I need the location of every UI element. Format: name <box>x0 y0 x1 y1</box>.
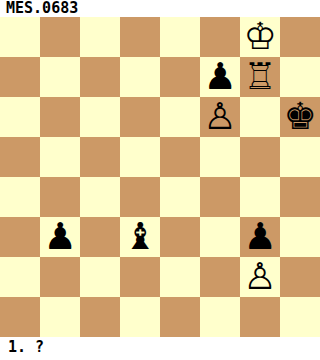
square-f5[interactable] <box>200 137 240 177</box>
chess-puzzle-page: MES.0683 ♔♟♖♙♚♟♝♟♙ 1. ? <box>0 0 320 360</box>
square-a4[interactable] <box>0 177 40 217</box>
square-d5[interactable] <box>120 137 160 177</box>
square-f6[interactable]: ♙ <box>200 97 240 137</box>
square-b7[interactable] <box>40 57 80 97</box>
black-pawn[interactable]: ♟ <box>243 217 276 257</box>
square-h2[interactable] <box>280 257 320 297</box>
square-h5[interactable] <box>280 137 320 177</box>
square-a8[interactable] <box>0 17 40 57</box>
square-c8[interactable] <box>80 17 120 57</box>
square-g2[interactable]: ♙ <box>240 257 280 297</box>
square-c3[interactable] <box>80 217 120 257</box>
square-b1[interactable] <box>40 297 80 337</box>
square-d1[interactable] <box>120 297 160 337</box>
square-f2[interactable] <box>200 257 240 297</box>
square-h6[interactable]: ♚ <box>280 97 320 137</box>
black-bishop[interactable]: ♝ <box>123 217 156 257</box>
square-b6[interactable] <box>40 97 80 137</box>
square-d6[interactable] <box>120 97 160 137</box>
white-pawn[interactable]: ♙ <box>203 97 236 137</box>
square-f7[interactable]: ♟ <box>200 57 240 97</box>
square-f1[interactable] <box>200 297 240 337</box>
square-a6[interactable] <box>0 97 40 137</box>
square-c6[interactable] <box>80 97 120 137</box>
square-c1[interactable] <box>80 297 120 337</box>
square-b8[interactable] <box>40 17 80 57</box>
square-e2[interactable] <box>160 257 200 297</box>
square-d3[interactable]: ♝ <box>120 217 160 257</box>
square-f3[interactable] <box>200 217 240 257</box>
black-pawn[interactable]: ♟ <box>43 217 76 257</box>
square-f4[interactable] <box>200 177 240 217</box>
square-d2[interactable] <box>120 257 160 297</box>
square-f8[interactable] <box>200 17 240 57</box>
square-h1[interactable] <box>280 297 320 337</box>
square-c2[interactable] <box>80 257 120 297</box>
square-c5[interactable] <box>80 137 120 177</box>
square-e4[interactable] <box>160 177 200 217</box>
square-a1[interactable] <box>0 297 40 337</box>
square-a5[interactable] <box>0 137 40 177</box>
square-e6[interactable] <box>160 97 200 137</box>
square-e8[interactable] <box>160 17 200 57</box>
square-e1[interactable] <box>160 297 200 337</box>
puzzle-id-title: MES.0683 <box>6 0 78 17</box>
square-e3[interactable] <box>160 217 200 257</box>
square-b3[interactable]: ♟ <box>40 217 80 257</box>
square-a2[interactable] <box>0 257 40 297</box>
square-g4[interactable] <box>240 177 280 217</box>
square-h8[interactable] <box>280 17 320 57</box>
square-e7[interactable] <box>160 57 200 97</box>
square-a3[interactable] <box>0 217 40 257</box>
black-king[interactable]: ♚ <box>283 97 316 137</box>
square-b5[interactable] <box>40 137 80 177</box>
square-d7[interactable] <box>120 57 160 97</box>
square-h7[interactable] <box>280 57 320 97</box>
move-prompt: 1. ? <box>8 338 44 356</box>
chess-board: ♔♟♖♙♚♟♝♟♙ <box>0 17 320 337</box>
square-g3[interactable]: ♟ <box>240 217 280 257</box>
square-g6[interactable] <box>240 97 280 137</box>
white-pawn[interactable]: ♙ <box>243 257 276 297</box>
square-g5[interactable] <box>240 137 280 177</box>
square-g1[interactable] <box>240 297 280 337</box>
square-h3[interactable] <box>280 217 320 257</box>
square-e5[interactable] <box>160 137 200 177</box>
square-b4[interactable] <box>40 177 80 217</box>
square-d4[interactable] <box>120 177 160 217</box>
square-b2[interactable] <box>40 257 80 297</box>
white-king[interactable]: ♔ <box>243 17 276 57</box>
square-g7[interactable]: ♖ <box>240 57 280 97</box>
white-rook[interactable]: ♖ <box>243 57 276 97</box>
square-d8[interactable] <box>120 17 160 57</box>
square-h4[interactable] <box>280 177 320 217</box>
square-g8[interactable]: ♔ <box>240 17 280 57</box>
square-a7[interactable] <box>0 57 40 97</box>
square-c4[interactable] <box>80 177 120 217</box>
black-pawn[interactable]: ♟ <box>203 57 236 97</box>
square-c7[interactable] <box>80 57 120 97</box>
